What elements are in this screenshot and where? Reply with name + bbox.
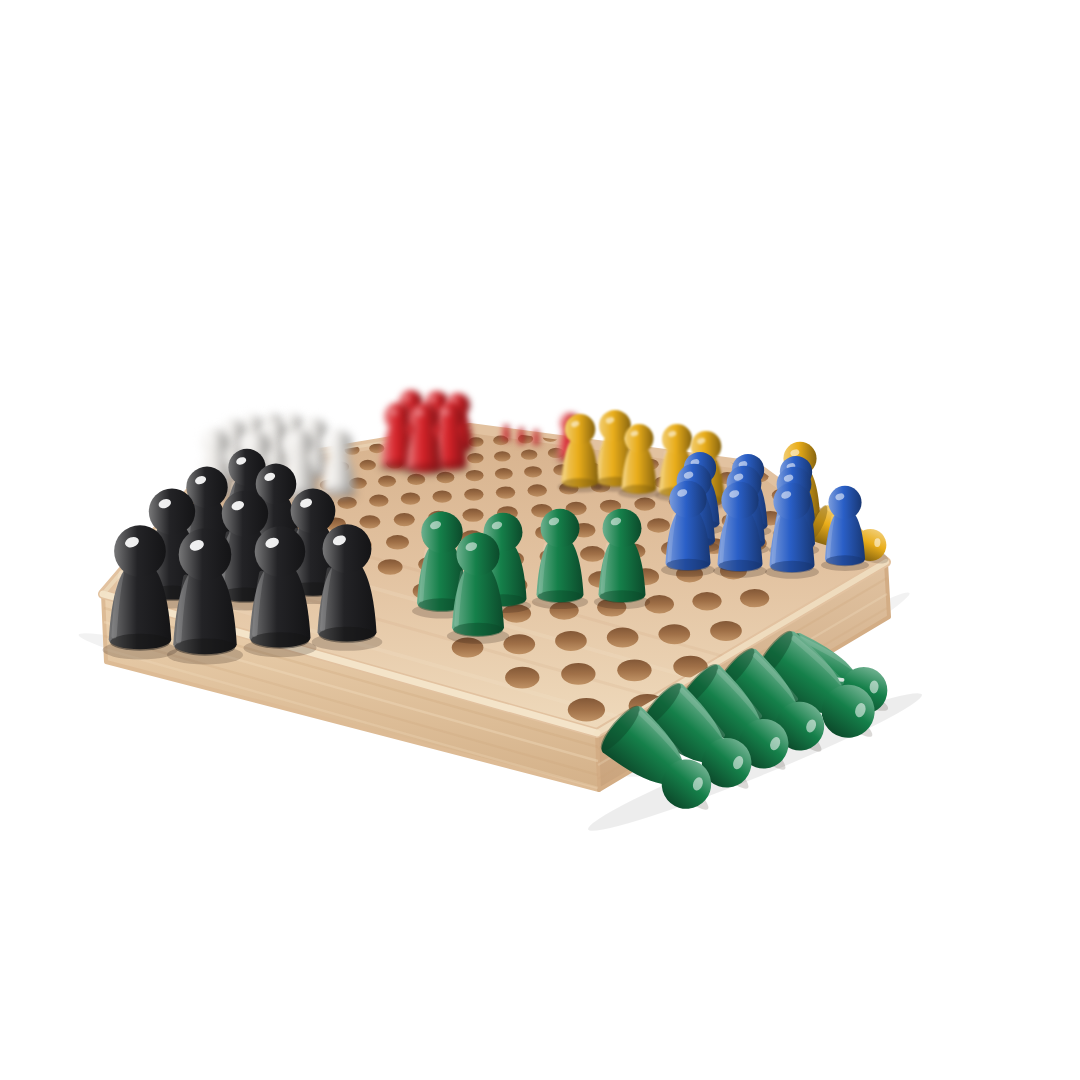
photo-stage — [0, 0, 1080, 1080]
chinese-checkers-product-photo — [0, 0, 1080, 1080]
